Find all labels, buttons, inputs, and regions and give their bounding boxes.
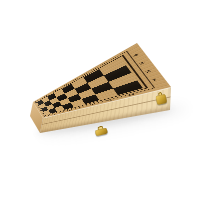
product-photo-chess-box: ABCDEFGH 4321 4321 <box>0 0 200 200</box>
clasp-plate <box>95 127 108 136</box>
brass-clasp-left <box>94 125 108 136</box>
